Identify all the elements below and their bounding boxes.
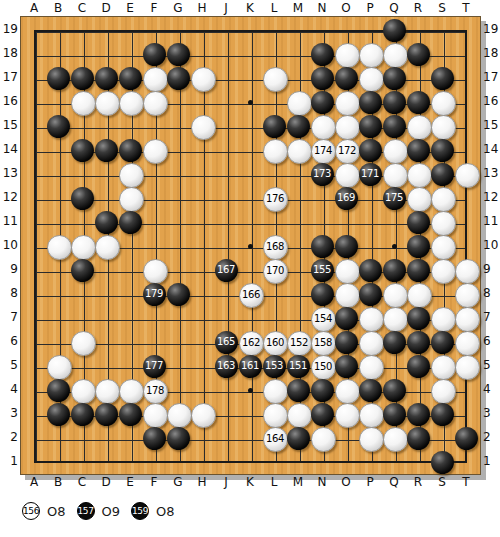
stone-F4-move-178[interactable]: 178 [143,379,168,404]
stone-P6[interactable] [359,331,384,356]
stone-Q3[interactable] [383,403,406,426]
stone-Q9[interactable] [383,259,406,282]
coord-right-13: 13 [483,166,500,180]
coord-top-E: E [118,1,142,15]
stone-D10[interactable] [95,235,120,260]
stone-M5-move-151[interactable]: 151 [287,355,310,378]
stone-R6[interactable] [407,331,430,354]
stone-B15[interactable] [47,115,70,138]
coord-right-9: 9 [483,262,500,276]
stone-N9-move-155[interactable]: 155 [311,259,334,282]
stone-Q12-move-175[interactable]: 175 [383,187,406,210]
stone-C4[interactable] [71,379,96,404]
stone-P9[interactable] [359,259,382,282]
stone-T2[interactable] [455,427,478,450]
stone-C17[interactable] [71,67,94,90]
stone-M3[interactable] [287,403,312,428]
coord-right-15: 15 [483,118,500,132]
stone-N2[interactable] [311,427,336,452]
stone-E13[interactable] [119,163,144,188]
stone-D17[interactable] [95,67,118,90]
stone-M6-move-152[interactable]: 152 [287,331,312,356]
coord-left-15: 15 [2,118,18,132]
stone-P4[interactable] [359,379,382,402]
stone-Q2[interactable] [383,427,408,452]
coord-right-6: 6 [483,334,500,348]
coord-bottom-J: J [214,475,238,489]
stone-P17[interactable] [359,67,384,92]
stone-O16[interactable] [335,91,360,116]
stone-H3[interactable] [191,403,216,428]
move-caption: 156 O8 157 O9 159 O8 [22,500,179,522]
star-point-K10 [248,244,253,249]
stone-O13[interactable] [335,163,360,188]
stone-Q14[interactable] [383,139,408,164]
stone-N10[interactable] [311,235,334,258]
stone-R11[interactable] [407,211,430,234]
caption-point-159: O8 [156,504,175,519]
stone-D4[interactable] [95,379,120,404]
coord-left-16: 16 [2,94,18,108]
coord-top-H: H [190,1,214,15]
coord-bottom-H: H [190,475,214,489]
coord-top-T: T [454,1,478,15]
star-point-K16 [248,100,253,105]
stone-K5-move-161[interactable]: 161 [239,355,262,378]
stone-S16[interactable] [431,91,456,116]
stone-F5-move-177[interactable]: 177 [143,355,166,378]
stone-R5[interactable] [407,355,430,378]
stone-F18[interactable] [143,43,166,66]
coord-right-17: 17 [483,70,500,84]
stone-M4[interactable] [287,379,310,402]
stone-Q19[interactable] [383,19,406,42]
stone-T7[interactable] [455,307,480,332]
coord-right-1: 1 [483,454,500,468]
stone-B4[interactable] [47,379,70,402]
stone-L6-move-160[interactable]: 160 [263,331,288,356]
stone-R10[interactable] [407,235,430,258]
stone-Q6[interactable] [383,331,406,354]
stone-C6[interactable] [71,331,96,356]
coord-top-G: G [166,1,190,15]
coord-top-L: L [262,1,286,15]
stone-P15[interactable] [359,115,382,138]
coord-left-9: 9 [2,262,18,276]
coord-left-7: 7 [2,310,18,324]
coord-right-2: 2 [483,430,500,444]
stone-S10[interactable] [431,235,456,260]
coord-top-S: S [430,1,454,15]
stone-P14[interactable] [359,139,382,162]
coord-top-M: M [286,1,310,15]
stone-E16[interactable] [119,91,144,116]
stone-G3[interactable] [167,403,192,428]
stone-T5[interactable] [455,355,480,380]
stone-Q18[interactable] [383,43,408,68]
stone-G2[interactable] [167,427,190,450]
caption-stone-156: 156 [22,502,40,520]
stone-E14[interactable] [119,139,142,162]
caption-point-156: O8 [47,504,66,519]
coord-bottom-C: C [70,475,94,489]
caption-point-157: O9 [102,504,121,519]
go-board[interactable]: 1741721731711761691751681671701551791661… [22,18,478,474]
stone-P7[interactable] [359,307,384,332]
stone-E4[interactable] [119,379,144,404]
coord-top-P: P [358,1,382,15]
stone-L2-move-164[interactable]: 164 [263,427,288,452]
stone-S12[interactable] [431,187,456,212]
coord-bottom-O: O [334,475,358,489]
stone-S11[interactable] [431,211,456,236]
coord-left-2: 2 [2,430,18,444]
stone-O8[interactable] [335,283,360,308]
coord-right-10: 10 [483,238,500,252]
coord-bottom-R: R [406,475,430,489]
stone-N5-move-150[interactable]: 150 [311,355,336,380]
stone-N17[interactable] [311,67,334,90]
stone-G18[interactable] [167,43,190,66]
coord-bottom-T: T [454,475,478,489]
stone-O18[interactable] [335,43,360,68]
stone-M15[interactable] [287,115,310,138]
stone-S3[interactable] [431,403,454,426]
coord-top-D: D [94,1,118,15]
stone-F3[interactable] [143,403,168,428]
coord-top-A: A [22,1,46,15]
stone-B5[interactable] [47,355,72,380]
stone-H15[interactable] [191,115,216,140]
stone-N4[interactable] [311,379,334,402]
coord-top-B: B [46,1,70,15]
stone-E3[interactable] [119,403,142,426]
coord-left-13: 13 [2,166,18,180]
stone-N8[interactable] [311,283,334,306]
stone-N13-move-173[interactable]: 173 [311,163,334,186]
stone-T8[interactable] [455,283,480,308]
coord-bottom-D: D [94,475,118,489]
stone-P16[interactable] [359,91,382,114]
stone-F8-move-179[interactable]: 179 [143,283,166,306]
stone-R12[interactable] [407,187,432,212]
stone-S4[interactable] [431,379,456,404]
stone-N15[interactable] [311,115,336,140]
stone-O12-move-169[interactable]: 169 [335,187,358,210]
star-point-K4 [248,388,253,393]
stone-C16[interactable] [71,91,96,116]
stone-M14[interactable] [287,139,312,164]
stone-F9[interactable] [143,259,168,284]
stone-L10-move-168[interactable]: 168 [263,235,288,260]
stone-N7-move-154[interactable]: 154 [311,307,336,332]
stone-C9[interactable] [71,259,94,282]
coord-right-4: 4 [483,382,500,396]
stone-J5-move-163[interactable]: 163 [215,355,238,378]
coord-bottom-L: L [262,475,286,489]
stone-B3[interactable] [47,403,70,426]
stone-L12-move-176[interactable]: 176 [263,187,288,212]
coord-left-17: 17 [2,70,18,84]
caption-stone-157: 157 [77,502,95,520]
stone-M16[interactable] [287,91,312,116]
stone-R7[interactable] [407,307,430,330]
coord-left-18: 18 [2,46,18,60]
stone-N3[interactable] [311,403,334,426]
stone-F17[interactable] [143,67,168,92]
coord-bottom-A: A [22,475,46,489]
coord-left-6: 6 [2,334,18,348]
stone-S14[interactable] [431,139,454,162]
coord-bottom-N: N [310,475,334,489]
coord-bottom-Q: Q [382,475,406,489]
coord-top-O: O [334,1,358,15]
stone-P3[interactable] [359,403,384,428]
stone-B10[interactable] [47,235,72,260]
coord-bottom-E: E [118,475,142,489]
coord-left-4: 4 [2,382,18,396]
coord-left-1: 1 [2,454,18,468]
stone-L3[interactable] [263,403,288,428]
coord-left-11: 11 [2,214,18,228]
stone-L9-move-170[interactable]: 170 [263,259,288,284]
stone-P2[interactable] [359,427,384,452]
stone-L15[interactable] [263,115,286,138]
stone-D3[interactable] [95,403,118,426]
stone-F2[interactable] [143,427,166,450]
stone-C10[interactable] [71,235,96,260]
coord-bottom-P: P [358,475,382,489]
stone-O14-move-172[interactable]: 172 [335,139,360,164]
stone-Q8[interactable] [383,283,408,308]
stone-R14[interactable] [407,139,430,162]
stone-S1[interactable] [431,451,454,474]
stone-Q13[interactable] [383,163,408,188]
stone-Q17[interactable] [383,67,406,90]
stone-Q7[interactable] [383,307,408,332]
stone-Q15[interactable] [383,115,406,138]
stone-O10[interactable] [335,235,358,258]
stone-N6-move-158[interactable]: 158 [311,331,336,356]
stone-N18[interactable] [311,43,334,66]
stone-D11[interactable] [95,211,118,234]
stone-O9[interactable] [335,259,360,284]
stone-T13[interactable] [455,163,480,188]
stone-J9-move-167[interactable]: 167 [215,259,238,282]
stone-S5[interactable] [431,355,456,380]
coord-right-3: 3 [483,406,500,420]
coord-top-Q: Q [382,1,406,15]
coord-bottom-B: B [46,475,70,489]
stone-P18[interactable] [359,43,384,68]
stone-E12[interactable] [119,187,144,212]
stone-J6-move-165[interactable]: 165 [215,331,238,354]
coord-top-R: R [406,1,430,15]
stone-R2[interactable] [407,427,430,450]
stone-O3[interactable] [335,403,360,428]
stone-C14[interactable] [71,139,94,162]
stone-S9[interactable] [431,259,456,284]
coord-left-19: 19 [2,22,18,36]
stone-R13[interactable] [407,163,432,188]
go-diagram: 1741721731711761691751681671701551791661… [0,0,500,537]
coord-right-5: 5 [483,358,500,372]
coord-right-11: 11 [483,214,500,228]
coord-bottom-G: G [166,475,190,489]
coord-top-K: K [238,1,262,15]
coord-right-14: 14 [483,142,500,156]
star-point-Q10 [392,244,397,249]
stone-O7[interactable] [335,307,358,330]
coord-bottom-S: S [430,475,454,489]
stone-P5[interactable] [359,355,384,380]
stone-D14[interactable] [95,139,118,162]
coord-right-16: 16 [483,94,500,108]
stone-S6[interactable] [431,331,454,354]
stone-D16[interactable] [95,91,120,116]
stone-E11[interactable] [119,211,142,234]
coord-left-3: 3 [2,406,18,420]
stone-O6[interactable] [335,331,358,354]
stone-F16[interactable] [143,91,168,116]
stone-L4[interactable] [263,379,288,404]
coord-top-N: N [310,1,334,15]
stone-T6[interactable] [455,331,480,356]
coord-right-7: 7 [483,310,500,324]
coord-bottom-F: F [142,475,166,489]
stone-O5[interactable] [335,355,358,378]
stone-O17[interactable] [335,67,358,90]
stone-P8[interactable] [359,283,382,306]
coord-top-F: F [142,1,166,15]
stone-M2[interactable] [287,427,310,450]
stone-Q4[interactable] [383,379,406,402]
stone-R9[interactable] [407,259,430,282]
stone-O15[interactable] [335,115,360,140]
stone-G8[interactable] [167,283,190,306]
coord-right-8: 8 [483,286,500,300]
stone-Q16[interactable] [383,91,406,114]
stone-L5-move-153[interactable]: 153 [263,355,286,378]
stone-R3[interactable] [407,403,430,426]
coord-right-18: 18 [483,46,500,60]
stone-O4[interactable] [335,379,360,404]
stone-C12[interactable] [71,187,94,210]
stone-E17[interactable] [119,67,142,90]
stone-R18[interactable] [407,43,430,66]
coord-left-10: 10 [2,238,18,252]
stone-C3[interactable] [71,403,94,426]
coord-left-5: 5 [2,358,18,372]
stone-S17[interactable] [431,67,454,90]
stone-G17[interactable] [167,67,190,90]
stone-N14-move-174[interactable]: 174 [311,139,336,164]
coord-right-19: 19 [483,22,500,36]
stone-S7[interactable] [431,307,456,332]
stone-L17[interactable] [263,67,288,92]
coord-top-J: J [214,1,238,15]
stone-R16[interactable] [407,91,430,114]
stone-S13[interactable] [431,163,454,186]
stone-H17[interactable] [191,67,216,92]
coord-left-12: 12 [2,190,18,204]
stone-L14[interactable] [263,139,288,164]
stone-S15[interactable] [431,115,456,140]
coord-top-C: C [70,1,94,15]
stone-F14[interactable] [143,139,168,164]
coord-right-12: 12 [483,190,500,204]
caption-stone-159: 159 [131,502,149,520]
stone-B17[interactable] [47,67,70,90]
coord-left-14: 14 [2,142,18,156]
stone-P13-move-171[interactable]: 171 [359,163,382,186]
stone-N16[interactable] [311,91,334,114]
stone-R8[interactable] [407,283,432,308]
stone-K6-move-162[interactable]: 162 [239,331,264,356]
stone-R15[interactable] [407,115,432,140]
stone-K8-move-166[interactable]: 166 [239,283,264,308]
stone-T9[interactable] [455,259,480,284]
coord-bottom-M: M [286,475,310,489]
coord-bottom-K: K [238,475,262,489]
coord-left-8: 8 [2,286,18,300]
